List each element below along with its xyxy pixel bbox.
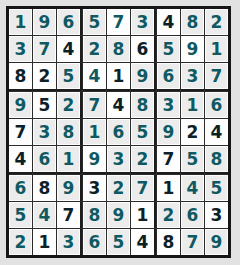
sudoku-cell-r5c9[interactable]: 4 — [205, 119, 228, 145]
sudoku-cell-r1c7[interactable]: 4 — [157, 9, 180, 35]
sudoku-cell-r6c7[interactable]: 7 — [157, 146, 180, 174]
sudoku-cell-r4c9[interactable]: 6 — [205, 92, 228, 118]
sudoku-cell-r4c6[interactable]: 8 — [131, 92, 156, 118]
sudoku-cell-r6c4[interactable]: 9 — [83, 146, 106, 174]
sudoku-cell-r2c5[interactable]: 8 — [107, 36, 130, 62]
sudoku-cell-r2c9[interactable]: 1 — [205, 36, 228, 62]
sudoku-cell-r8c1[interactable]: 5 — [9, 202, 32, 228]
sudoku-cell-r1c9[interactable]: 2 — [205, 9, 228, 35]
sudoku-cell-r5c5[interactable]: 6 — [107, 119, 130, 145]
sudoku-cell-r5c8[interactable]: 2 — [181, 119, 204, 145]
sudoku-cell-r2c4[interactable]: 2 — [83, 36, 106, 62]
sudoku-cell-r9c1[interactable]: 2 — [9, 229, 32, 255]
sudoku-cell-r6c2[interactable]: 6 — [33, 146, 56, 174]
sudoku-cell-r6c6[interactable]: 2 — [131, 146, 156, 174]
sudoku-cell-r6c5[interactable]: 3 — [107, 146, 130, 174]
sudoku-cell-r4c2[interactable]: 5 — [33, 92, 56, 118]
sudoku-cell-r1c3[interactable]: 6 — [57, 9, 82, 35]
sudoku-cell-r1c1[interactable]: 1 — [9, 9, 32, 35]
sudoku-cell-r8c8[interactable]: 6 — [181, 202, 204, 228]
sudoku-cell-r8c7[interactable]: 2 — [157, 202, 180, 228]
sudoku-cell-r4c5[interactable]: 4 — [107, 92, 130, 118]
sudoku-cell-r2c8[interactable]: 9 — [181, 36, 204, 62]
sudoku-cell-r7c7[interactable]: 1 — [157, 175, 180, 201]
sudoku-cell-r5c6[interactable]: 5 — [131, 119, 156, 145]
sudoku-cell-r9c8[interactable]: 7 — [181, 229, 204, 255]
sudoku-cell-r9c2[interactable]: 1 — [33, 229, 56, 255]
sudoku-cell-r8c9[interactable]: 3 — [205, 202, 228, 228]
sudoku-cell-r7c2[interactable]: 8 — [33, 175, 56, 201]
sudoku-cell-r6c9[interactable]: 8 — [205, 146, 228, 174]
sudoku-cell-r1c6[interactable]: 3 — [131, 9, 156, 35]
sudoku-cell-r8c4[interactable]: 8 — [83, 202, 106, 228]
sudoku-cell-r3c1[interactable]: 8 — [9, 63, 32, 91]
sudoku-cell-r1c2[interactable]: 9 — [33, 9, 56, 35]
sudoku-cell-r9c7[interactable]: 8 — [157, 229, 180, 255]
sudoku-cell-r9c5[interactable]: 5 — [107, 229, 130, 255]
sudoku-cell-r8c5[interactable]: 9 — [107, 202, 130, 228]
sudoku-cell-r3c9[interactable]: 7 — [205, 63, 228, 91]
sudoku-cell-r3c8[interactable]: 3 — [181, 63, 204, 91]
sudoku-cell-r7c9[interactable]: 5 — [205, 175, 228, 201]
sudoku-cell-r3c4[interactable]: 4 — [83, 63, 106, 91]
sudoku-cell-r9c9[interactable]: 9 — [205, 229, 228, 255]
sudoku-cell-r8c3[interactable]: 7 — [57, 202, 82, 228]
sudoku-cell-r4c7[interactable]: 3 — [157, 92, 180, 118]
sudoku-cell-r1c4[interactable]: 5 — [83, 9, 106, 35]
sudoku-cell-r6c1[interactable]: 4 — [9, 146, 32, 174]
sudoku-cell-r3c2[interactable]: 2 — [33, 63, 56, 91]
sudoku-cell-r3c3[interactable]: 5 — [57, 63, 82, 91]
sudoku-cell-r1c8[interactable]: 8 — [181, 9, 204, 35]
sudoku-cell-r4c1[interactable]: 9 — [9, 92, 32, 118]
sudoku-cell-r2c1[interactable]: 3 — [9, 36, 32, 62]
sudoku-cell-r4c3[interactable]: 2 — [57, 92, 82, 118]
sudoku-cell-r7c8[interactable]: 4 — [181, 175, 204, 201]
sudoku-cell-r9c6[interactable]: 4 — [131, 229, 156, 255]
sudoku-board-frame: 1965734823742865918254196379527483167381… — [6, 6, 231, 258]
sudoku-cell-r2c3[interactable]: 4 — [57, 36, 82, 62]
sudoku-board: 1965734823742865918254196379527483167381… — [9, 9, 228, 255]
sudoku-cell-r7c4[interactable]: 3 — [83, 175, 106, 201]
sudoku-cell-r2c6[interactable]: 6 — [131, 36, 156, 62]
sudoku-cell-r2c2[interactable]: 7 — [33, 36, 56, 62]
sudoku-cell-r7c3[interactable]: 9 — [57, 175, 82, 201]
sudoku-cell-r4c8[interactable]: 1 — [181, 92, 204, 118]
sudoku-cell-r9c3[interactable]: 3 — [57, 229, 82, 255]
sudoku-cell-r7c5[interactable]: 2 — [107, 175, 130, 201]
sudoku-cell-r6c8[interactable]: 5 — [181, 146, 204, 174]
sudoku-cell-r3c5[interactable]: 1 — [107, 63, 130, 91]
sudoku-cell-r5c7[interactable]: 9 — [157, 119, 180, 145]
sudoku-cell-r9c4[interactable]: 6 — [83, 229, 106, 255]
sudoku-cell-r3c6[interactable]: 9 — [131, 63, 156, 91]
sudoku-cell-r5c4[interactable]: 1 — [83, 119, 106, 145]
sudoku-cell-r8c6[interactable]: 1 — [131, 202, 156, 228]
sudoku-cell-r1c5[interactable]: 7 — [107, 9, 130, 35]
sudoku-cell-r8c2[interactable]: 4 — [33, 202, 56, 228]
sudoku-cell-r5c2[interactable]: 3 — [33, 119, 56, 145]
sudoku-cell-r3c7[interactable]: 6 — [157, 63, 180, 91]
sudoku-cell-r5c3[interactable]: 8 — [57, 119, 82, 145]
sudoku-cell-r5c1[interactable]: 7 — [9, 119, 32, 145]
sudoku-cell-r4c4[interactable]: 7 — [83, 92, 106, 118]
sudoku-cell-r6c3[interactable]: 1 — [57, 146, 82, 174]
sudoku-cell-r7c6[interactable]: 7 — [131, 175, 156, 201]
sudoku-cell-r2c7[interactable]: 5 — [157, 36, 180, 62]
sudoku-cell-r7c1[interactable]: 6 — [9, 175, 32, 201]
